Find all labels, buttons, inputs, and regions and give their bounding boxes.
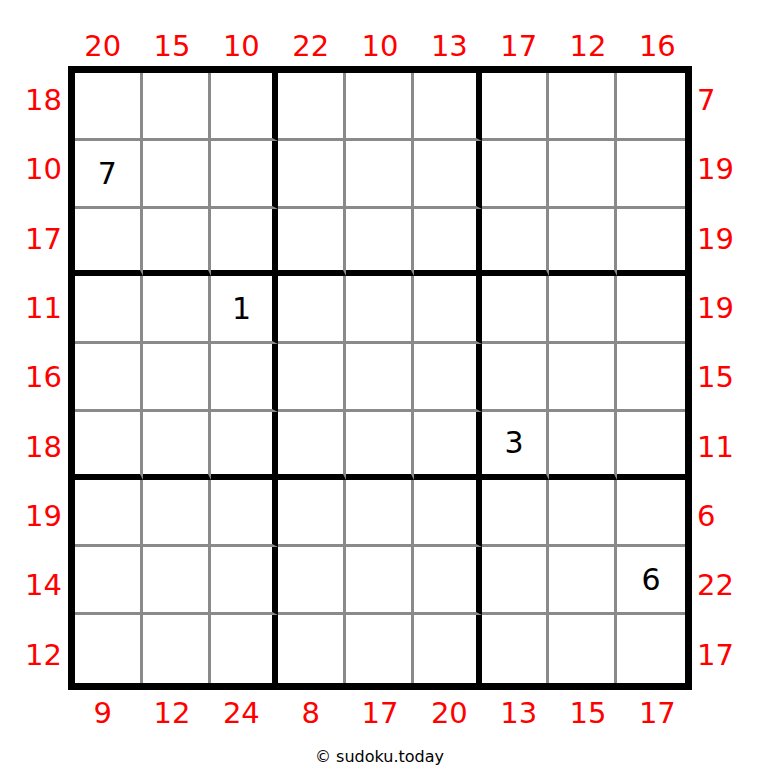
cell-r3c6[interactable]: [414, 209, 482, 277]
frame-layout: 201510221013171216 181017111618191412 71…: [0, 0, 759, 748]
cell-r6c5[interactable]: [346, 412, 414, 480]
cell-r6c1[interactable]: [75, 412, 143, 480]
cell-r4c7[interactable]: [482, 276, 550, 344]
top-sum-9: 16: [639, 32, 676, 66]
cell-r4c5[interactable]: [346, 276, 414, 344]
left-sum-1: 18: [25, 86, 68, 115]
bottom-sum-3: 24: [223, 690, 260, 728]
cell-r4c3[interactable]: 1: [211, 276, 279, 344]
cell-r2c7[interactable]: [482, 141, 550, 209]
left-sum-6: 18: [25, 433, 68, 462]
cell-r7c4[interactable]: [278, 480, 346, 548]
top-sum-6: 13: [431, 32, 468, 66]
cell-r8c8[interactable]: [549, 547, 617, 615]
cell-r5c5[interactable]: [346, 344, 414, 412]
right-sum-3: 19: [692, 225, 734, 254]
top-sum-5: 10: [362, 32, 399, 66]
cell-r9c6[interactable]: [414, 615, 482, 683]
cell-r3c1[interactable]: [75, 209, 143, 277]
cell-r3c8[interactable]: [549, 209, 617, 277]
cell-r6c4[interactable]: [278, 412, 346, 480]
right-sum-9: 17: [692, 641, 734, 670]
cell-r8c4[interactable]: [278, 547, 346, 615]
cell-r3c3[interactable]: [211, 209, 279, 277]
cell-r3c2[interactable]: [143, 209, 211, 277]
cell-r1c1[interactable]: [75, 73, 143, 141]
cell-r6c6[interactable]: [414, 412, 482, 480]
left-sum-7: 19: [25, 502, 68, 531]
cell-r3c4[interactable]: [278, 209, 346, 277]
left-sum-8: 14: [25, 571, 68, 600]
top-sum-8: 12: [570, 32, 607, 66]
cell-r9c5[interactable]: [346, 615, 414, 683]
cell-r9c9[interactable]: [617, 615, 685, 683]
right-sum-6: 11: [692, 433, 734, 462]
right-sum-8: 22: [692, 571, 734, 600]
right-sum-2: 19: [692, 155, 734, 184]
corner-bottom-right: [692, 690, 759, 748]
cell-r1c2[interactable]: [143, 73, 211, 141]
cell-r4c6[interactable]: [414, 276, 482, 344]
cell-r5c8[interactable]: [549, 344, 617, 412]
top-sum-7: 17: [500, 32, 537, 66]
cell-r8c2[interactable]: [143, 547, 211, 615]
cell-r5c2[interactable]: [143, 344, 211, 412]
top-sum-3: 10: [223, 32, 260, 66]
top-sum-4: 22: [292, 32, 329, 66]
cell-r2c3[interactable]: [211, 141, 279, 209]
left-sum-4: 11: [25, 294, 68, 323]
bottom-sum-1: 9: [93, 690, 111, 728]
top-sum-1: 20: [84, 32, 121, 66]
cell-r5c9[interactable]: [617, 344, 685, 412]
cell-r2c2[interactable]: [143, 141, 211, 209]
cell-r3c7[interactable]: [482, 209, 550, 277]
cell-r2c6[interactable]: [414, 141, 482, 209]
left-sum-3: 17: [25, 225, 68, 254]
bottom-sum-6: 20: [431, 690, 468, 728]
cell-r1c3[interactable]: [211, 73, 279, 141]
cell-r9c4[interactable]: [278, 615, 346, 683]
cell-r4c4[interactable]: [278, 276, 346, 344]
corner-top-left: [0, 0, 68, 66]
bottom-sum-4: 8: [301, 690, 319, 728]
cell-r5c4[interactable]: [278, 344, 346, 412]
bottom-sums: 9122481720131517: [68, 690, 692, 748]
cell-r4c1[interactable]: [75, 276, 143, 344]
cell-r2c4[interactable]: [278, 141, 346, 209]
cell-r2c5[interactable]: [346, 141, 414, 209]
left-sum-2: 10: [25, 155, 68, 184]
cell-r4c2[interactable]: [143, 276, 211, 344]
right-sum-7: 6: [692, 502, 715, 531]
cell-r6c2[interactable]: [143, 412, 211, 480]
cell-r9c3[interactable]: [211, 615, 279, 683]
cell-r5c6[interactable]: [414, 344, 482, 412]
cell-r9c1[interactable]: [75, 615, 143, 683]
cell-r6c9[interactable]: [617, 412, 685, 480]
cell-r8c6[interactable]: [414, 547, 482, 615]
cell-r8c5[interactable]: [346, 547, 414, 615]
cell-r6c3[interactable]: [211, 412, 279, 480]
cell-r1c5[interactable]: [346, 73, 414, 141]
cell-r9c2[interactable]: [143, 615, 211, 683]
cell-r9c8[interactable]: [549, 615, 617, 683]
copyright: © sudoku.today: [0, 747, 759, 766]
cell-r7c3[interactable]: [211, 480, 279, 548]
cell-r4c9[interactable]: [617, 276, 685, 344]
cell-r5c3[interactable]: [211, 344, 279, 412]
left-sums: 181017111618191412: [0, 66, 68, 690]
bottom-sum-7: 13: [500, 690, 537, 728]
cell-r1c4[interactable]: [278, 73, 346, 141]
puzzle-page: 201510221013171216 181017111618191412 71…: [0, 0, 759, 779]
cell-r7c6[interactable]: [414, 480, 482, 548]
cell-r1c9[interactable]: [617, 73, 685, 141]
cell-r1c8[interactable]: [549, 73, 617, 141]
cell-r2c1[interactable]: 7: [75, 141, 143, 209]
cell-r5c1[interactable]: [75, 344, 143, 412]
cell-r7c1[interactable]: [75, 480, 143, 548]
cell-r4c8[interactable]: [549, 276, 617, 344]
bottom-sum-5: 17: [362, 690, 399, 728]
cell-r7c9[interactable]: [617, 480, 685, 548]
cell-r2c9[interactable]: [617, 141, 685, 209]
cell-r1c7[interactable]: [482, 73, 550, 141]
sudoku-board: 7136: [68, 66, 692, 690]
right-sum-5: 15: [692, 363, 734, 392]
cell-r1c6[interactable]: [414, 73, 482, 141]
corner-top-right: [692, 0, 759, 66]
cell-r3c5[interactable]: [346, 209, 414, 277]
bottom-sum-9: 17: [639, 690, 676, 728]
cell-r7c7[interactable]: [482, 480, 550, 548]
right-sum-1: 7: [692, 86, 715, 115]
cell-r7c8[interactable]: [549, 480, 617, 548]
cell-r6c8[interactable]: [549, 412, 617, 480]
cell-r9c7[interactable]: [482, 615, 550, 683]
left-sum-9: 12: [25, 641, 68, 670]
cell-r3c9[interactable]: [617, 209, 685, 277]
corner-bottom-left: [0, 690, 68, 748]
top-sum-2: 15: [154, 32, 191, 66]
cell-r5c7[interactable]: [482, 344, 550, 412]
bottom-sum-2: 12: [154, 690, 191, 728]
left-sum-5: 16: [25, 363, 68, 392]
bottom-sum-8: 15: [570, 690, 607, 728]
cell-r7c5[interactable]: [346, 480, 414, 548]
cell-r8c9[interactable]: 6: [617, 547, 685, 615]
cell-r8c3[interactable]: [211, 547, 279, 615]
right-sums: 7191919151162217: [692, 66, 759, 690]
cell-r2c8[interactable]: [549, 141, 617, 209]
right-sum-4: 19: [692, 294, 734, 323]
top-sums: 201510221013171216: [68, 0, 692, 66]
cell-r8c7[interactable]: [482, 547, 550, 615]
cell-r7c2[interactable]: [143, 480, 211, 548]
cell-r8c1[interactable]: [75, 547, 143, 615]
cell-r6c7[interactable]: 3: [482, 412, 550, 480]
